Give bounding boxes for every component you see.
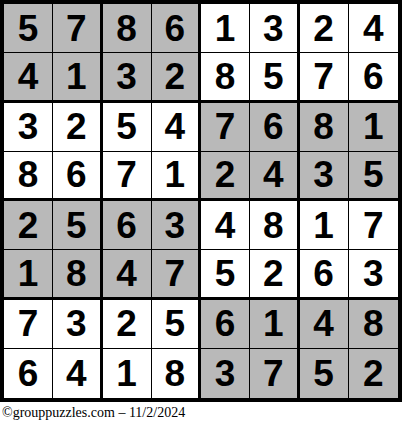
- sudoku-board: 5786132441328576325476818671243525634817…: [0, 0, 402, 402]
- cell-r4c7: 3: [300, 152, 349, 201]
- cell-r2c4: 2: [152, 53, 201, 102]
- cell-r6c4: 7: [152, 250, 201, 299]
- cell-r7c8: 8: [349, 300, 398, 349]
- cell-r1c6: 3: [250, 4, 299, 53]
- cell-r1c2: 7: [53, 4, 102, 53]
- cell-r7c3: 2: [103, 300, 152, 349]
- cell-r6c1: 1: [4, 250, 53, 299]
- cell-r2c2: 1: [53, 53, 102, 102]
- cell-r4c6: 4: [250, 152, 299, 201]
- cell-r5c3: 6: [103, 201, 152, 250]
- cell-r2c3: 3: [103, 53, 152, 102]
- cell-r7c5: 6: [201, 300, 250, 349]
- cell-r5c1: 2: [4, 201, 53, 250]
- cell-r8c5: 3: [201, 349, 250, 398]
- cell-r1c3: 8: [103, 4, 152, 53]
- cell-r2c7: 7: [300, 53, 349, 102]
- cell-r6c3: 4: [103, 250, 152, 299]
- cell-r8c4: 8: [152, 349, 201, 398]
- cell-r5c2: 5: [53, 201, 102, 250]
- cell-r4c5: 2: [201, 152, 250, 201]
- cell-r5c6: 8: [250, 201, 299, 250]
- cell-r5c7: 1: [300, 201, 349, 250]
- cell-r4c2: 6: [53, 152, 102, 201]
- cell-r3c2: 2: [53, 103, 102, 152]
- cell-r6c8: 3: [349, 250, 398, 299]
- cell-r1c4: 6: [152, 4, 201, 53]
- cell-r7c7: 4: [300, 300, 349, 349]
- cell-r8c7: 5: [300, 349, 349, 398]
- cell-r8c6: 7: [250, 349, 299, 398]
- cell-r3c1: 3: [4, 103, 53, 152]
- cell-r8c3: 1: [103, 349, 152, 398]
- puzzle-page: 5786132441328576325476818671243525634817…: [0, 0, 402, 424]
- cell-r3c3: 5: [103, 103, 152, 152]
- cell-r2c5: 8: [201, 53, 250, 102]
- cell-r6c6: 2: [250, 250, 299, 299]
- cell-r5c5: 4: [201, 201, 250, 250]
- cell-r3c8: 1: [349, 103, 398, 152]
- cell-r7c2: 3: [53, 300, 102, 349]
- cell-r2c6: 5: [250, 53, 299, 102]
- cell-r3c6: 6: [250, 103, 299, 152]
- cell-r1c7: 2: [300, 4, 349, 53]
- copyright-text: ©grouppuzzles.com – 11/2/2024: [2, 405, 402, 421]
- cell-r5c8: 7: [349, 201, 398, 250]
- cell-r2c8: 6: [349, 53, 398, 102]
- cell-r4c8: 5: [349, 152, 398, 201]
- cell-r5c4: 3: [152, 201, 201, 250]
- cell-r8c2: 4: [53, 349, 102, 398]
- cell-r1c5: 1: [201, 4, 250, 53]
- cell-r1c8: 4: [349, 4, 398, 53]
- cell-r4c4: 1: [152, 152, 201, 201]
- cell-r3c4: 4: [152, 103, 201, 152]
- cell-r3c5: 7: [201, 103, 250, 152]
- cell-r4c1: 8: [4, 152, 53, 201]
- cell-r3c7: 8: [300, 103, 349, 152]
- cell-r1c1: 5: [4, 4, 53, 53]
- cell-r7c4: 5: [152, 300, 201, 349]
- cell-r2c1: 4: [4, 53, 53, 102]
- cell-r4c3: 7: [103, 152, 152, 201]
- cell-r8c1: 6: [4, 349, 53, 398]
- cell-r6c5: 5: [201, 250, 250, 299]
- cell-r7c1: 7: [4, 300, 53, 349]
- cell-r6c7: 6: [300, 250, 349, 299]
- cell-r7c6: 1: [250, 300, 299, 349]
- cell-r6c2: 8: [53, 250, 102, 299]
- cell-r8c8: 2: [349, 349, 398, 398]
